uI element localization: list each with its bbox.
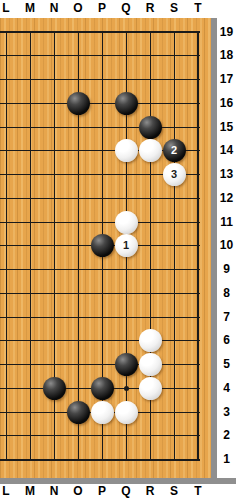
stone-white-p3[interactable] [91,401,114,424]
row-label-10: 10 [217,238,236,253]
row-label-3: 3 [217,405,236,420]
column-labels-bottom: LMNOPQRST [0,483,236,500]
grid-line-horizontal-1 [0,459,200,461]
grid-line-horizontal-15 [0,127,200,128]
column-label-N: N [42,0,66,17]
stone-black-o3[interactable] [67,401,90,424]
row-label-4: 4 [217,381,236,396]
column-label-S: S [162,0,186,17]
grid-line-horizontal-12 [0,198,200,199]
column-label-T: T [186,0,210,17]
stone-black-p10[interactable] [91,234,114,257]
column-label-P: P [90,483,114,500]
row-label-11: 11 [217,215,236,230]
column-label-S: S [162,483,186,500]
column-label-L: L [0,0,18,17]
grid-line-horizontal-11 [0,222,200,223]
stone-white-s13[interactable]: 3 [163,163,186,186]
column-label-Q: Q [114,483,138,500]
row-label-13: 13 [217,167,236,182]
stone-white-r4[interactable] [139,377,162,400]
go-diagram: LMNOPQRST 231 19181716151413121110987654… [0,0,236,500]
stone-black-s14[interactable]: 2 [163,139,186,162]
row-label-6: 6 [217,333,236,348]
column-label-L: L [0,483,18,500]
row-label-15: 15 [217,120,236,135]
row-label-9: 9 [217,262,236,277]
stone-white-q11[interactable] [115,211,138,234]
stone-white-r14[interactable] [139,139,162,162]
row-label-7: 7 [217,310,236,325]
column-label-R: R [138,483,162,500]
stone-white-r5[interactable] [139,353,162,376]
stone-black-q16[interactable] [115,92,138,115]
column-label-Q: Q [114,0,138,17]
move-number-3: 3 [171,169,177,180]
move-number-2: 2 [171,145,177,156]
stone-black-n4[interactable] [43,377,66,400]
row-labels-right: 19181716151413121110987654321 [217,0,236,500]
stone-white-q3[interactable] [115,401,138,424]
row-label-19: 19 [217,25,236,40]
grid-line-horizontal-18 [0,55,200,56]
go-board[interactable]: 231 [0,18,211,478]
stone-black-r15[interactable] [139,116,162,139]
grid-line-horizontal-6 [0,340,200,341]
grid-line-horizontal-16 [0,103,200,104]
row-label-14: 14 [217,143,236,158]
stone-black-q5[interactable] [115,353,138,376]
row-label-17: 17 [217,72,236,87]
column-label-P: P [90,0,114,17]
column-label-M: M [18,0,42,17]
row-label-8: 8 [217,286,236,301]
stone-black-o16[interactable] [67,92,90,115]
row-label-18: 18 [217,48,236,63]
row-label-5: 5 [217,357,236,372]
column-label-O: O [66,0,90,17]
row-label-2: 2 [217,428,236,443]
row-label-12: 12 [217,191,236,206]
column-label-R: R [138,0,162,17]
row-label-16: 16 [217,96,236,111]
row-label-1: 1 [217,452,236,467]
grid-line-horizontal-2 [0,435,200,436]
column-label-T: T [186,483,210,500]
column-label-M: M [18,483,42,500]
grid-line-horizontal-19 [0,31,200,33]
column-labels-top: LMNOPQRST [0,0,236,17]
move-number-1: 1 [123,240,129,251]
grid-line-horizontal-7 [0,317,200,318]
grid-line-horizontal-8 [0,293,200,294]
column-label-N: N [42,483,66,500]
grid-line-horizontal-5 [0,364,200,365]
stone-white-q14[interactable] [115,139,138,162]
grid-line-horizontal-17 [0,79,200,80]
stone-white-q10[interactable]: 1 [115,234,138,257]
stone-white-r6[interactable] [139,329,162,352]
grid-line-horizontal-9 [0,269,200,270]
stone-black-p4[interactable] [91,377,114,400]
column-label-O: O [66,483,90,500]
star-point-Q4 [124,386,129,391]
